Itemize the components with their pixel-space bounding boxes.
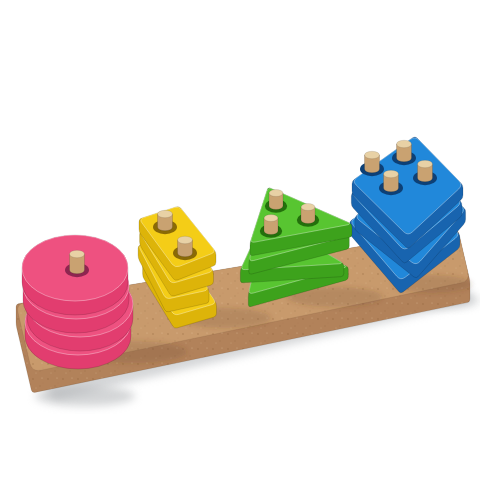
product-photo <box>0 0 480 480</box>
wooden-peg-top <box>397 140 412 148</box>
wooden-peg-top <box>418 160 433 168</box>
toy-photo-scene <box>0 0 480 480</box>
wooden-peg-top <box>365 151 380 159</box>
scene-root <box>16 137 480 406</box>
wooden-peg-top <box>264 215 278 222</box>
wooden-peg-top <box>70 250 85 258</box>
wooden-peg-top <box>158 210 173 218</box>
wooden-peg-top <box>384 170 399 178</box>
wooden-peg-top <box>178 236 193 244</box>
wooden-peg-top <box>269 190 283 197</box>
wooden-peg-top <box>301 204 315 211</box>
circle-stack-pink <box>22 235 133 369</box>
